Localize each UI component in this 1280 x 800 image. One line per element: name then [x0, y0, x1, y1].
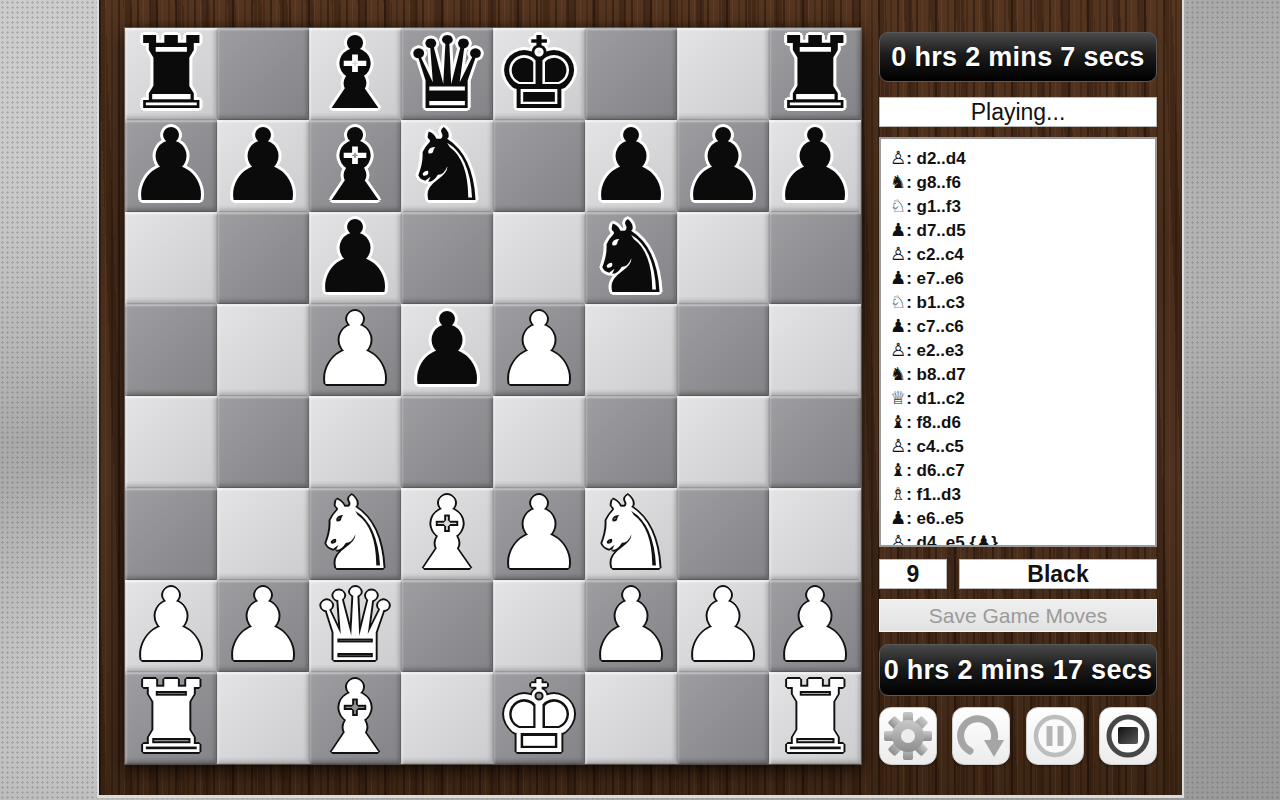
square-g5[interactable] [677, 304, 769, 396]
move-entry: ♟: e6..e5 [890, 506, 1155, 530]
black-pawn: ♟ [126, 120, 216, 212]
sidebar: 0 hrs 2 mins 7 secs Playing... ♙: d2..d4… [879, 0, 1157, 798]
stop-icon [1102, 710, 1154, 762]
square-b7[interactable]: ♟ [217, 120, 309, 212]
square-e8[interactable]: ♚ [493, 28, 585, 120]
black-knight: ♞ [402, 120, 492, 212]
chess-board: ♜♝♛♚♜♟♟♝♞♟♟♟♟♞♟♟♟♞♝♟♞♟♟♛♟♟♟♜♝♚♜ [125, 28, 861, 764]
move-piece-icon: ♝ [890, 411, 906, 432]
square-f8[interactable] [585, 28, 677, 120]
square-c7[interactable]: ♝ [309, 120, 401, 212]
white-king: ♚ [494, 672, 584, 764]
square-c1[interactable]: ♝ [309, 672, 401, 764]
black-king: ♚ [494, 28, 584, 120]
move-entry: ♞: g8..f6 [890, 170, 1155, 194]
white-pawn: ♟ [678, 580, 768, 672]
black-rook: ♜ [126, 28, 216, 120]
move-entry: ♗: f1..d3 [890, 482, 1155, 506]
gear-icon [882, 710, 934, 762]
square-a7[interactable]: ♟ [125, 120, 217, 212]
move-entry: ♕: d1..c2 [890, 386, 1155, 410]
black-timer-display: 0 hrs 2 mins 17 secs [879, 644, 1157, 696]
move-entry: ♟: d7..d5 [890, 218, 1155, 242]
square-a4[interactable] [125, 396, 217, 488]
square-g2[interactable]: ♟ [677, 580, 769, 672]
square-a2[interactable]: ♟ [125, 580, 217, 672]
square-a3[interactable] [125, 488, 217, 580]
square-c6[interactable]: ♟ [309, 212, 401, 304]
white-rook: ♜ [126, 672, 216, 764]
white-pawn: ♟ [494, 488, 584, 580]
move-piece-icon: ♙ [890, 435, 906, 456]
black-pawn: ♟ [310, 212, 400, 304]
square-e4[interactable] [493, 396, 585, 488]
restart-icon [955, 710, 1007, 762]
square-h5[interactable] [769, 304, 861, 396]
move-entry: ♙: d4..e5 {♟} [890, 530, 1155, 547]
square-a8[interactable]: ♜ [125, 28, 217, 120]
square-c5[interactable]: ♟ [309, 304, 401, 396]
black-queen: ♛ [402, 28, 492, 120]
move-entry: ♝: f8..d6 [890, 410, 1155, 434]
white-timer-display: 0 hrs 2 mins 7 secs [879, 32, 1157, 82]
square-d4[interactable] [401, 396, 493, 488]
square-f2[interactable]: ♟ [585, 580, 677, 672]
black-pawn: ♟ [402, 304, 492, 396]
square-a1[interactable]: ♜ [125, 672, 217, 764]
square-g3[interactable] [677, 488, 769, 580]
move-entry: ♙: d2..d4 [890, 146, 1155, 170]
white-knight: ♞ [310, 488, 400, 580]
move-piece-icon: ♘ [890, 291, 906, 312]
move-entry: ♙: c4..c5 [890, 434, 1155, 458]
square-d2[interactable] [401, 580, 493, 672]
square-e3[interactable]: ♟ [493, 488, 585, 580]
white-rook: ♜ [770, 672, 860, 764]
square-d1[interactable] [401, 672, 493, 764]
square-h4[interactable] [769, 396, 861, 488]
move-piece-icon: ♙ [890, 243, 906, 264]
control-button-row [879, 707, 1157, 765]
square-f3[interactable]: ♞ [585, 488, 677, 580]
settings-button[interactable] [879, 707, 937, 765]
black-bishop: ♝ [310, 28, 400, 120]
black-pawn: ♟ [586, 120, 676, 212]
move-entry: ♘: g1..f3 [890, 194, 1155, 218]
move-piece-icon: ♝ [890, 459, 906, 480]
chess-app-window: ♜♝♛♚♜♟♟♝♞♟♟♟♟♞♟♟♟♞♝♟♞♟♟♛♟♟♟♜♝♚♜ 0 hrs 2 … [97, 0, 1184, 798]
square-f5[interactable] [585, 304, 677, 396]
desktop-background: ♜♝♛♚♜♟♟♝♞♟♟♟♟♞♟♟♟♞♝♟♞♟♟♛♟♟♟♜♝♚♜ 0 hrs 2 … [0, 0, 1280, 800]
square-c3[interactable]: ♞ [309, 488, 401, 580]
square-e5[interactable]: ♟ [493, 304, 585, 396]
white-bishop: ♝ [402, 488, 492, 580]
square-h3[interactable] [769, 488, 861, 580]
black-pawn: ♟ [770, 120, 860, 212]
move-piece-icon: ♙ [890, 339, 906, 360]
square-d8[interactable]: ♛ [401, 28, 493, 120]
square-g1[interactable] [677, 672, 769, 764]
square-d6[interactable] [401, 212, 493, 304]
white-pawn: ♟ [310, 304, 400, 396]
white-pawn: ♟ [586, 580, 676, 672]
square-e7[interactable] [493, 120, 585, 212]
move-piece-icon: ♙ [890, 531, 906, 547]
white-pawn: ♟ [126, 580, 216, 672]
square-c8[interactable]: ♝ [309, 28, 401, 120]
square-f7[interactable]: ♟ [585, 120, 677, 212]
move-entry: ♟: e7..e6 [890, 266, 1155, 290]
pause-button[interactable] [1026, 707, 1084, 765]
square-b1[interactable] [217, 672, 309, 764]
move-piece-icon: ♕ [890, 387, 906, 408]
square-b2[interactable]: ♟ [217, 580, 309, 672]
square-a6[interactable] [125, 212, 217, 304]
square-e2[interactable] [493, 580, 585, 672]
move-piece-icon: ♟ [890, 219, 906, 240]
move-piece-icon: ♟ [890, 315, 906, 336]
move-entry: ♙: e2..e3 [890, 338, 1155, 362]
move-entry: ♘: b1..c3 [890, 290, 1155, 314]
move-piece-icon: ♗ [890, 483, 906, 504]
white-knight: ♞ [586, 488, 676, 580]
move-piece-icon: ♟ [890, 267, 906, 288]
move-number-display: 9 [879, 559, 947, 589]
move-piece-icon: ♟ [890, 507, 906, 528]
square-h1[interactable]: ♜ [769, 672, 861, 764]
black-pawn: ♟ [678, 120, 768, 212]
square-b4[interactable] [217, 396, 309, 488]
move-piece-icon: ♘ [890, 195, 906, 216]
square-f4[interactable] [585, 396, 677, 488]
turn-indicator: Black [959, 559, 1157, 589]
square-b3[interactable] [217, 488, 309, 580]
square-b5[interactable] [217, 304, 309, 396]
square-e6[interactable] [493, 212, 585, 304]
black-rook: ♜ [770, 28, 860, 120]
square-g6[interactable] [677, 212, 769, 304]
move-entry: ♙: c2..c4 [890, 242, 1155, 266]
square-f6[interactable]: ♞ [585, 212, 677, 304]
white-queen: ♛ [310, 580, 400, 672]
white-pawn: ♟ [770, 580, 860, 672]
square-g4[interactable] [677, 396, 769, 488]
move-piece-icon: ♞ [890, 363, 906, 384]
move-entry: ♞: b8..d7 [890, 362, 1155, 386]
square-h6[interactable] [769, 212, 861, 304]
square-h7[interactable]: ♟ [769, 120, 861, 212]
move-entry: ♝: d6..c7 [890, 458, 1155, 482]
square-a5[interactable] [125, 304, 217, 396]
square-d5[interactable]: ♟ [401, 304, 493, 396]
square-b8[interactable] [217, 28, 309, 120]
square-d7[interactable]: ♞ [401, 120, 493, 212]
black-pawn: ♟ [218, 120, 308, 212]
square-h2[interactable]: ♟ [769, 580, 861, 672]
square-b6[interactable] [217, 212, 309, 304]
square-g7[interactable]: ♟ [677, 120, 769, 212]
move-piece-icon: ♙ [890, 147, 906, 168]
move-entry: ♟: c7..c6 [890, 314, 1155, 338]
square-d3[interactable]: ♝ [401, 488, 493, 580]
white-pawn: ♟ [218, 580, 308, 672]
square-e1[interactable]: ♚ [493, 672, 585, 764]
square-f1[interactable] [585, 672, 677, 764]
save-game-moves-button[interactable]: Save Game Moves [879, 599, 1157, 632]
move-piece-icon: ♞ [890, 171, 906, 192]
pause-icon [1029, 710, 1081, 762]
square-c4[interactable] [309, 396, 401, 488]
white-bishop: ♝ [310, 672, 400, 764]
square-g8[interactable] [677, 28, 769, 120]
white-pawn: ♟ [494, 304, 584, 396]
black-knight: ♞ [586, 212, 676, 304]
move-list[interactable]: ♙: d2..d4♞: g8..f6♘: g1..f3♟: d7..d5♙: c… [879, 137, 1157, 547]
black-bishop: ♝ [310, 120, 400, 212]
stop-button[interactable] [1099, 707, 1157, 765]
square-c2[interactable]: ♛ [309, 580, 401, 672]
status-bar: Playing... [879, 97, 1157, 127]
restart-button[interactable] [952, 707, 1010, 765]
square-h8[interactable]: ♜ [769, 28, 861, 120]
